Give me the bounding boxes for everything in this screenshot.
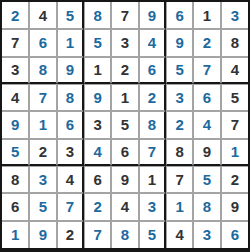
cell-r2c5[interactable]: 3 <box>111 29 138 56</box>
cell-r3c6[interactable]: 6 <box>139 57 166 84</box>
cell-r3c8[interactable]: 7 <box>193 57 220 84</box>
cell-r8c9[interactable]: 9 <box>221 193 248 220</box>
cell-r2c6[interactable]: 4 <box>139 29 166 56</box>
cell-r4c4[interactable]: 9 <box>84 84 111 111</box>
cell-r3c7[interactable]: 5 <box>166 57 193 84</box>
cell-r9c1[interactable]: 1 <box>2 221 29 248</box>
cell-r4c2[interactable]: 7 <box>29 84 56 111</box>
cell-r1c8[interactable]: 1 <box>193 2 220 29</box>
cell-r4c5[interactable]: 1 <box>111 84 138 111</box>
cell-r8c5[interactable]: 4 <box>111 193 138 220</box>
cell-r2c4[interactable]: 5 <box>84 29 111 56</box>
cell-r8c6[interactable]: 3 <box>139 193 166 220</box>
cell-r7c5[interactable]: 9 <box>111 166 138 193</box>
cell-r9c2[interactable]: 9 <box>29 221 56 248</box>
cell-r7c7[interactable]: 7 <box>166 166 193 193</box>
cell-r1c5[interactable]: 7 <box>111 2 138 29</box>
cell-r1c9[interactable]: 3 <box>221 2 248 29</box>
cell-r2c3[interactable]: 1 <box>57 29 84 56</box>
cell-r6c3[interactable]: 3 <box>57 139 84 166</box>
cell-r4c1[interactable]: 4 <box>2 84 29 111</box>
cell-r9c7[interactable]: 4 <box>166 221 193 248</box>
cell-r4c3[interactable]: 8 <box>57 84 84 111</box>
cell-r9c8[interactable]: 3 <box>193 221 220 248</box>
cell-r5c3[interactable]: 6 <box>57 111 84 138</box>
cell-r7c3[interactable]: 4 <box>57 166 84 193</box>
cell-r5c1[interactable]: 9 <box>2 111 29 138</box>
cell-r4c9[interactable]: 5 <box>221 84 248 111</box>
cell-r4c8[interactable]: 6 <box>193 84 220 111</box>
cell-r8c4[interactable]: 2 <box>84 193 111 220</box>
cell-r3c9[interactable]: 4 <box>221 57 248 84</box>
cell-r6c1[interactable]: 5 <box>2 139 29 166</box>
cell-r3c3[interactable]: 9 <box>57 57 84 84</box>
cell-r5c6[interactable]: 8 <box>139 111 166 138</box>
cell-r5c4[interactable]: 3 <box>84 111 111 138</box>
cell-r8c2[interactable]: 5 <box>29 193 56 220</box>
cell-r9c4[interactable]: 7 <box>84 221 111 248</box>
cell-r5c7[interactable]: 2 <box>166 111 193 138</box>
sudoku-board: 2458796137615349283891265744789123659163… <box>0 0 250 252</box>
cell-r4c7[interactable]: 3 <box>166 84 193 111</box>
cell-r9c6[interactable]: 5 <box>139 221 166 248</box>
cell-r4c6[interactable]: 2 <box>139 84 166 111</box>
cell-r7c1[interactable]: 8 <box>2 166 29 193</box>
cell-r7c4[interactable]: 6 <box>84 166 111 193</box>
cell-r2c8[interactable]: 2 <box>193 29 220 56</box>
cell-r9c5[interactable]: 8 <box>111 221 138 248</box>
cell-r3c4[interactable]: 1 <box>84 57 111 84</box>
cell-r2c7[interactable]: 9 <box>166 29 193 56</box>
cell-r6c5[interactable]: 6 <box>111 139 138 166</box>
cell-r1c1[interactable]: 2 <box>2 2 29 29</box>
cell-r8c3[interactable]: 7 <box>57 193 84 220</box>
cell-r1c4[interactable]: 8 <box>84 2 111 29</box>
cell-r2c9[interactable]: 8 <box>221 29 248 56</box>
cell-r3c2[interactable]: 8 <box>29 57 56 84</box>
cell-r7c2[interactable]: 3 <box>29 166 56 193</box>
cell-r7c8[interactable]: 5 <box>193 166 220 193</box>
cell-r1c7[interactable]: 6 <box>166 2 193 29</box>
cell-r5c5[interactable]: 5 <box>111 111 138 138</box>
cell-r3c5[interactable]: 2 <box>111 57 138 84</box>
cell-r5c2[interactable]: 1 <box>29 111 56 138</box>
cell-r1c2[interactable]: 4 <box>29 2 56 29</box>
cell-r3c1[interactable]: 3 <box>2 57 29 84</box>
cell-r7c6[interactable]: 1 <box>139 166 166 193</box>
cell-r6c8[interactable]: 9 <box>193 139 220 166</box>
cell-r6c2[interactable]: 2 <box>29 139 56 166</box>
cell-r8c8[interactable]: 8 <box>193 193 220 220</box>
cell-r6c6[interactable]: 7 <box>139 139 166 166</box>
cell-r6c4[interactable]: 4 <box>84 139 111 166</box>
cell-r9c9[interactable]: 6 <box>221 221 248 248</box>
cell-r5c8[interactable]: 4 <box>193 111 220 138</box>
cell-r8c7[interactable]: 1 <box>166 193 193 220</box>
cell-r1c3[interactable]: 5 <box>57 2 84 29</box>
cell-r7c9[interactable]: 2 <box>221 166 248 193</box>
cell-r8c1[interactable]: 6 <box>2 193 29 220</box>
cell-r6c9[interactable]: 1 <box>221 139 248 166</box>
cell-r9c3[interactable]: 2 <box>57 221 84 248</box>
cell-r2c2[interactable]: 6 <box>29 29 56 56</box>
cell-r2c1[interactable]: 7 <box>2 29 29 56</box>
cell-r1c6[interactable]: 9 <box>139 2 166 29</box>
cell-r6c7[interactable]: 8 <box>166 139 193 166</box>
cell-r5c9[interactable]: 7 <box>221 111 248 138</box>
